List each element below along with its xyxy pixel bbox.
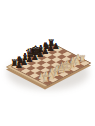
chess-set-photo: ♜♟♞♟♝♟♚♟♛♟♝♟♟♜♞♟♟♞♜♟♟♝♟♚♟♛♟♝♟♞♟♜ <box>0 0 95 126</box>
